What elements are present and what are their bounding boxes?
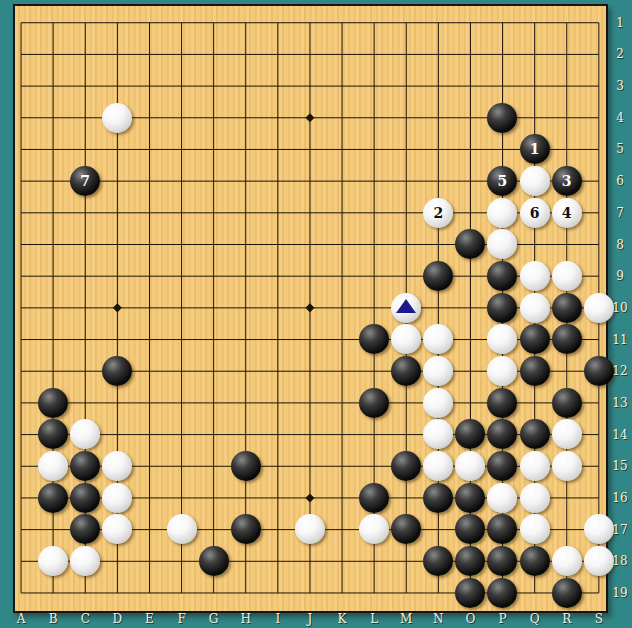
intersection-H10[interactable]: [230, 292, 262, 324]
intersection-I15[interactable]: [262, 450, 294, 482]
intersection-Q14[interactable]: [519, 419, 551, 451]
intersection-M16[interactable]: [390, 482, 422, 514]
intersection-J3[interactable]: [294, 70, 326, 102]
intersection-B12[interactable]: [37, 355, 69, 387]
intersection-R16[interactable]: [551, 482, 583, 514]
intersection-E8[interactable]: [133, 229, 165, 261]
intersection-A4[interactable]: [5, 102, 37, 134]
intersection-N5[interactable]: [422, 134, 454, 166]
white-stone-B15[interactable]: [38, 451, 68, 481]
intersection-J2[interactable]: [294, 39, 326, 71]
intersection-Q1[interactable]: [519, 7, 551, 39]
black-stone-P9[interactable]: [487, 261, 517, 291]
intersection-R19[interactable]: [551, 577, 583, 609]
intersection-C6[interactable]: 7: [69, 165, 101, 197]
intersection-O1[interactable]: [454, 7, 486, 39]
intersection-N4[interactable]: [422, 102, 454, 134]
black-stone-P4[interactable]: [487, 103, 517, 133]
intersection-B19[interactable]: [37, 577, 69, 609]
intersection-E5[interactable]: [133, 134, 165, 166]
intersection-D6[interactable]: [101, 165, 133, 197]
intersection-E9[interactable]: [133, 260, 165, 292]
intersection-H5[interactable]: [230, 134, 262, 166]
intersection-F16[interactable]: [165, 482, 197, 514]
black-stone-B16[interactable]: [38, 483, 68, 513]
intersection-H12[interactable]: [230, 355, 262, 387]
intersection-C3[interactable]: [69, 70, 101, 102]
intersection-F4[interactable]: [165, 102, 197, 134]
intersection-D11[interactable]: [101, 324, 133, 356]
intersection-E4[interactable]: [133, 102, 165, 134]
black-stone-P14[interactable]: [487, 419, 517, 449]
intersection-A13[interactable]: [5, 387, 37, 419]
intersection-M3[interactable]: [390, 70, 422, 102]
intersection-K13[interactable]: [326, 387, 358, 419]
black-stone-L11[interactable]: [359, 324, 389, 354]
intersection-B3[interactable]: [37, 70, 69, 102]
intersection-D13[interactable]: [101, 387, 133, 419]
intersection-J19[interactable]: [294, 577, 326, 609]
black-stone-Q18[interactable]: [520, 546, 550, 576]
intersection-E3[interactable]: [133, 70, 165, 102]
black-stone-O16[interactable]: [455, 483, 485, 513]
intersection-M4[interactable]: [390, 102, 422, 134]
intersection-O9[interactable]: [454, 260, 486, 292]
intersection-N15[interactable]: [422, 450, 454, 482]
intersection-Q17[interactable]: [519, 514, 551, 546]
intersection-K10[interactable]: [326, 292, 358, 324]
intersection-Q6[interactable]: [519, 165, 551, 197]
black-stone-P15[interactable]: [487, 451, 517, 481]
white-stone-N11[interactable]: [423, 324, 453, 354]
intersection-K18[interactable]: [326, 545, 358, 577]
intersection-P12[interactable]: [486, 355, 518, 387]
black-stone-P10[interactable]: [487, 293, 517, 323]
black-stone-R6[interactable]: 3: [552, 166, 582, 196]
intersection-P10[interactable]: [486, 292, 518, 324]
intersection-K15[interactable]: [326, 450, 358, 482]
intersection-A19[interactable]: [5, 577, 37, 609]
intersection-P13[interactable]: [486, 387, 518, 419]
intersection-D5[interactable]: [101, 134, 133, 166]
intersection-B14[interactable]: [37, 419, 69, 451]
intersection-G8[interactable]: [198, 229, 230, 261]
intersection-R1[interactable]: [551, 7, 583, 39]
intersection-D17[interactable]: [101, 514, 133, 546]
intersection-L3[interactable]: [358, 70, 390, 102]
intersection-A17[interactable]: [5, 514, 37, 546]
intersection-R10[interactable]: [551, 292, 583, 324]
white-stone-Q16[interactable]: [520, 483, 550, 513]
intersection-L6[interactable]: [358, 165, 390, 197]
white-stone-F17[interactable]: [167, 514, 197, 544]
intersection-M14[interactable]: [390, 419, 422, 451]
intersection-I19[interactable]: [262, 577, 294, 609]
white-stone-N15[interactable]: [423, 451, 453, 481]
black-stone-G18[interactable]: [199, 546, 229, 576]
intersection-L19[interactable]: [358, 577, 390, 609]
intersection-I6[interactable]: [262, 165, 294, 197]
intersection-K3[interactable]: [326, 70, 358, 102]
intersection-O19[interactable]: [454, 577, 486, 609]
intersection-G5[interactable]: [198, 134, 230, 166]
intersection-P6[interactable]: 5: [486, 165, 518, 197]
black-stone-O17[interactable]: [455, 514, 485, 544]
white-stone-D4[interactable]: [102, 103, 132, 133]
intersection-J5[interactable]: [294, 134, 326, 166]
intersection-C19[interactable]: [69, 577, 101, 609]
intersection-I8[interactable]: [262, 229, 294, 261]
white-stone-Q10[interactable]: [520, 293, 550, 323]
intersection-F13[interactable]: [165, 387, 197, 419]
intersection-D10[interactable]: [101, 292, 133, 324]
intersection-D1[interactable]: [101, 7, 133, 39]
intersection-Q16[interactable]: [519, 482, 551, 514]
intersection-J14[interactable]: [294, 419, 326, 451]
intersection-L15[interactable]: [358, 450, 390, 482]
white-stone-R14[interactable]: [552, 419, 582, 449]
intersection-L2[interactable]: [358, 39, 390, 71]
intersection-L4[interactable]: [358, 102, 390, 134]
intersection-H8[interactable]: [230, 229, 262, 261]
board-intersections[interactable]: 1753264: [5, 7, 615, 609]
intersection-R3[interactable]: [551, 70, 583, 102]
intersection-P11[interactable]: [486, 324, 518, 356]
intersection-B8[interactable]: [37, 229, 69, 261]
white-stone-N12[interactable]: [423, 356, 453, 386]
intersection-O5[interactable]: [454, 134, 486, 166]
intersection-M15[interactable]: [390, 450, 422, 482]
intersection-B13[interactable]: [37, 387, 69, 419]
intersection-C14[interactable]: [69, 419, 101, 451]
intersection-O3[interactable]: [454, 70, 486, 102]
intersection-L9[interactable]: [358, 260, 390, 292]
intersection-E13[interactable]: [133, 387, 165, 419]
intersection-J16[interactable]: [294, 482, 326, 514]
intersection-G7[interactable]: [198, 197, 230, 229]
white-stone-B18[interactable]: [38, 546, 68, 576]
intersection-J4[interactable]: [294, 102, 326, 134]
intersection-O18[interactable]: [454, 545, 486, 577]
black-stone-H17[interactable]: [231, 514, 261, 544]
intersection-H14[interactable]: [230, 419, 262, 451]
black-stone-B13[interactable]: [38, 388, 68, 418]
intersection-A5[interactable]: [5, 134, 37, 166]
black-stone-H15[interactable]: [231, 451, 261, 481]
intersection-C9[interactable]: [69, 260, 101, 292]
intersection-G2[interactable]: [198, 39, 230, 71]
intersection-G11[interactable]: [198, 324, 230, 356]
white-stone-P7[interactable]: [487, 198, 517, 228]
intersection-R17[interactable]: [551, 514, 583, 546]
intersection-R13[interactable]: [551, 387, 583, 419]
intersection-I12[interactable]: [262, 355, 294, 387]
intersection-R14[interactable]: [551, 419, 583, 451]
intersection-F6[interactable]: [165, 165, 197, 197]
intersection-H9[interactable]: [230, 260, 262, 292]
black-stone-C16[interactable]: [70, 483, 100, 513]
black-stone-R10[interactable]: [552, 293, 582, 323]
intersection-M2[interactable]: [390, 39, 422, 71]
intersection-I13[interactable]: [262, 387, 294, 419]
black-stone-P6[interactable]: 5: [487, 166, 517, 196]
intersection-M10[interactable]: [390, 292, 422, 324]
black-stone-M12[interactable]: [391, 356, 421, 386]
intersection-H17[interactable]: [230, 514, 262, 546]
intersection-B4[interactable]: [37, 102, 69, 134]
intersection-B9[interactable]: [37, 260, 69, 292]
intersection-D19[interactable]: [101, 577, 133, 609]
intersection-H2[interactable]: [230, 39, 262, 71]
intersection-I14[interactable]: [262, 419, 294, 451]
intersection-P1[interactable]: [486, 7, 518, 39]
intersection-K19[interactable]: [326, 577, 358, 609]
intersection-G19[interactable]: [198, 577, 230, 609]
intersection-P3[interactable]: [486, 70, 518, 102]
intersection-M9[interactable]: [390, 260, 422, 292]
intersection-Q2[interactable]: [519, 39, 551, 71]
intersection-M8[interactable]: [390, 229, 422, 261]
intersection-C17[interactable]: [69, 514, 101, 546]
intersection-J1[interactable]: [294, 7, 326, 39]
intersection-I5[interactable]: [262, 134, 294, 166]
intersection-N18[interactable]: [422, 545, 454, 577]
intersection-K1[interactable]: [326, 7, 358, 39]
intersection-C1[interactable]: [69, 7, 101, 39]
intersection-E6[interactable]: [133, 165, 165, 197]
intersection-A2[interactable]: [5, 39, 37, 71]
intersection-P15[interactable]: [486, 450, 518, 482]
intersection-C2[interactable]: [69, 39, 101, 71]
intersection-H19[interactable]: [230, 577, 262, 609]
intersection-N6[interactable]: [422, 165, 454, 197]
intersection-D4[interactable]: [101, 102, 133, 134]
intersection-P7[interactable]: [486, 197, 518, 229]
intersection-O6[interactable]: [454, 165, 486, 197]
black-stone-C15[interactable]: [70, 451, 100, 481]
intersection-C15[interactable]: [69, 450, 101, 482]
intersection-G16[interactable]: [198, 482, 230, 514]
white-stone-D16[interactable]: [102, 483, 132, 513]
intersection-O17[interactable]: [454, 514, 486, 546]
intersection-B5[interactable]: [37, 134, 69, 166]
intersection-F3[interactable]: [165, 70, 197, 102]
intersection-P8[interactable]: [486, 229, 518, 261]
black-stone-N16[interactable]: [423, 483, 453, 513]
intersection-H3[interactable]: [230, 70, 262, 102]
intersection-R5[interactable]: [551, 134, 583, 166]
black-stone-P19[interactable]: [487, 578, 517, 608]
intersection-A18[interactable]: [5, 545, 37, 577]
white-stone-D15[interactable]: [102, 451, 132, 481]
white-stone-C18[interactable]: [70, 546, 100, 576]
intersection-M5[interactable]: [390, 134, 422, 166]
white-stone-M10[interactable]: [391, 293, 421, 323]
intersection-H6[interactable]: [230, 165, 262, 197]
intersection-G10[interactable]: [198, 292, 230, 324]
intersection-R4[interactable]: [551, 102, 583, 134]
intersection-J18[interactable]: [294, 545, 326, 577]
intersection-K14[interactable]: [326, 419, 358, 451]
intersection-E17[interactable]: [133, 514, 165, 546]
black-stone-C6[interactable]: 7: [70, 166, 100, 196]
intersection-Q15[interactable]: [519, 450, 551, 482]
intersection-D16[interactable]: [101, 482, 133, 514]
intersection-K16[interactable]: [326, 482, 358, 514]
white-stone-N7[interactable]: 2: [423, 198, 453, 228]
intersection-J15[interactable]: [294, 450, 326, 482]
intersection-L13[interactable]: [358, 387, 390, 419]
intersection-J11[interactable]: [294, 324, 326, 356]
intersection-E11[interactable]: [133, 324, 165, 356]
intersection-E14[interactable]: [133, 419, 165, 451]
intersection-E2[interactable]: [133, 39, 165, 71]
intersection-Q10[interactable]: [519, 292, 551, 324]
intersection-K7[interactable]: [326, 197, 358, 229]
intersection-R9[interactable]: [551, 260, 583, 292]
black-stone-R19[interactable]: [552, 578, 582, 608]
black-stone-R13[interactable]: [552, 388, 582, 418]
black-stone-L13[interactable]: [359, 388, 389, 418]
intersection-F9[interactable]: [165, 260, 197, 292]
intersection-O12[interactable]: [454, 355, 486, 387]
intersection-N16[interactable]: [422, 482, 454, 514]
intersection-F17[interactable]: [165, 514, 197, 546]
intersection-F12[interactable]: [165, 355, 197, 387]
intersection-B10[interactable]: [37, 292, 69, 324]
white-stone-P11[interactable]: [487, 324, 517, 354]
intersection-F15[interactable]: [165, 450, 197, 482]
intersection-M1[interactable]: [390, 7, 422, 39]
intersection-K12[interactable]: [326, 355, 358, 387]
intersection-J7[interactable]: [294, 197, 326, 229]
intersection-F11[interactable]: [165, 324, 197, 356]
black-stone-P18[interactable]: [487, 546, 517, 576]
intersection-N13[interactable]: [422, 387, 454, 419]
intersection-J6[interactable]: [294, 165, 326, 197]
intersection-J17[interactable]: [294, 514, 326, 546]
intersection-B17[interactable]: [37, 514, 69, 546]
intersection-Q9[interactable]: [519, 260, 551, 292]
intersection-P16[interactable]: [486, 482, 518, 514]
intersection-D8[interactable]: [101, 229, 133, 261]
intersection-Q4[interactable]: [519, 102, 551, 134]
intersection-P19[interactable]: [486, 577, 518, 609]
black-stone-Q14[interactable]: [520, 419, 550, 449]
intersection-L12[interactable]: [358, 355, 390, 387]
intersection-K9[interactable]: [326, 260, 358, 292]
intersection-O10[interactable]: [454, 292, 486, 324]
intersection-N19[interactable]: [422, 577, 454, 609]
intersection-E18[interactable]: [133, 545, 165, 577]
intersection-G12[interactable]: [198, 355, 230, 387]
black-stone-Q11[interactable]: [520, 324, 550, 354]
intersection-G14[interactable]: [198, 419, 230, 451]
intersection-K2[interactable]: [326, 39, 358, 71]
intersection-N11[interactable]: [422, 324, 454, 356]
white-stone-R18[interactable]: [552, 546, 582, 576]
intersection-L5[interactable]: [358, 134, 390, 166]
intersection-Q3[interactable]: [519, 70, 551, 102]
intersection-F1[interactable]: [165, 7, 197, 39]
black-stone-L16[interactable]: [359, 483, 389, 513]
intersection-N12[interactable]: [422, 355, 454, 387]
intersection-G4[interactable]: [198, 102, 230, 134]
intersection-A15[interactable]: [5, 450, 37, 482]
intersection-P17[interactable]: [486, 514, 518, 546]
intersection-D18[interactable]: [101, 545, 133, 577]
intersection-O16[interactable]: [454, 482, 486, 514]
intersection-C18[interactable]: [69, 545, 101, 577]
intersection-E19[interactable]: [133, 577, 165, 609]
intersection-F19[interactable]: [165, 577, 197, 609]
intersection-K11[interactable]: [326, 324, 358, 356]
intersection-H1[interactable]: [230, 7, 262, 39]
intersection-M11[interactable]: [390, 324, 422, 356]
intersection-B16[interactable]: [37, 482, 69, 514]
white-stone-L17[interactable]: [359, 514, 389, 544]
intersection-L10[interactable]: [358, 292, 390, 324]
intersection-E10[interactable]: [133, 292, 165, 324]
intersection-A7[interactable]: [5, 197, 37, 229]
white-stone-Q7[interactable]: 6: [520, 198, 550, 228]
intersection-O4[interactable]: [454, 102, 486, 134]
intersection-I7[interactable]: [262, 197, 294, 229]
white-stone-R9[interactable]: [552, 261, 582, 291]
intersection-Q12[interactable]: [519, 355, 551, 387]
intersection-L7[interactable]: [358, 197, 390, 229]
intersection-I10[interactable]: [262, 292, 294, 324]
intersection-B11[interactable]: [37, 324, 69, 356]
intersection-N1[interactable]: [422, 7, 454, 39]
intersection-P18[interactable]: [486, 545, 518, 577]
intersection-G6[interactable]: [198, 165, 230, 197]
intersection-A6[interactable]: [5, 165, 37, 197]
intersection-K6[interactable]: [326, 165, 358, 197]
intersection-L17[interactable]: [358, 514, 390, 546]
intersection-A3[interactable]: [5, 70, 37, 102]
intersection-C13[interactable]: [69, 387, 101, 419]
white-stone-Q9[interactable]: [520, 261, 550, 291]
intersection-I11[interactable]: [262, 324, 294, 356]
intersection-I2[interactable]: [262, 39, 294, 71]
intersection-H4[interactable]: [230, 102, 262, 134]
intersection-I16[interactable]: [262, 482, 294, 514]
intersection-F7[interactable]: [165, 197, 197, 229]
intersection-C4[interactable]: [69, 102, 101, 134]
white-stone-N14[interactable]: [423, 419, 453, 449]
intersection-Q13[interactable]: [519, 387, 551, 419]
intersection-E12[interactable]: [133, 355, 165, 387]
intersection-I18[interactable]: [262, 545, 294, 577]
intersection-E1[interactable]: [133, 7, 165, 39]
black-stone-O14[interactable]: [455, 419, 485, 449]
black-stone-P13[interactable]: [487, 388, 517, 418]
intersection-N9[interactable]: [422, 260, 454, 292]
intersection-K5[interactable]: [326, 134, 358, 166]
intersection-F14[interactable]: [165, 419, 197, 451]
intersection-P14[interactable]: [486, 419, 518, 451]
intersection-P9[interactable]: [486, 260, 518, 292]
intersection-N17[interactable]: [422, 514, 454, 546]
intersection-M18[interactable]: [390, 545, 422, 577]
intersection-O15[interactable]: [454, 450, 486, 482]
intersection-Q19[interactable]: [519, 577, 551, 609]
intersection-M17[interactable]: [390, 514, 422, 546]
white-stone-P8[interactable]: [487, 229, 517, 259]
intersection-O14[interactable]: [454, 419, 486, 451]
intersection-B18[interactable]: [37, 545, 69, 577]
